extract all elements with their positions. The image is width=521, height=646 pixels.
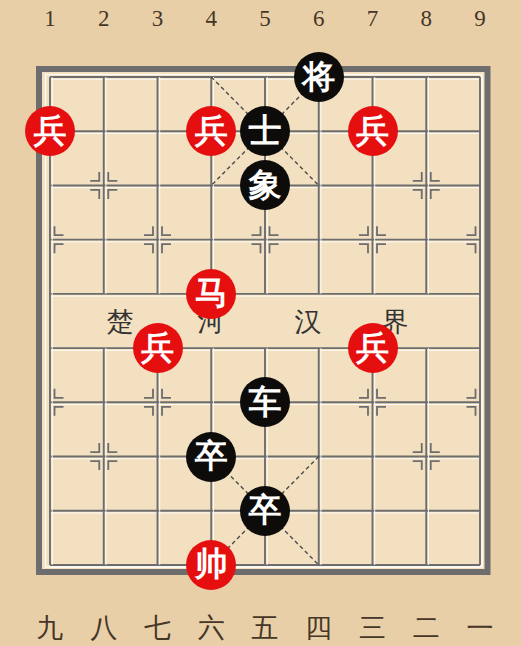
- file-label-top: 2: [98, 7, 110, 30]
- file-label-bottom: 四: [305, 615, 332, 642]
- river-label: 汉: [295, 309, 322, 336]
- file-label-top: 3: [152, 7, 164, 30]
- piece-black-general[interactable]: 将: [294, 52, 344, 102]
- file-label-bottom: 九: [37, 615, 64, 642]
- piece-red-soldier-3[interactable]: 兵: [348, 106, 398, 156]
- file-label-top: 4: [206, 7, 218, 30]
- piece-black-chariot[interactable]: 车: [240, 377, 290, 427]
- file-label-bottom: 二: [413, 615, 440, 642]
- piece-black-advisor[interactable]: 士: [240, 106, 290, 156]
- file-label-bottom: 三: [359, 615, 386, 642]
- file-label-top: 6: [313, 7, 325, 30]
- file-label-bottom: 五: [252, 615, 279, 642]
- file-label-top: 1: [44, 7, 56, 30]
- file-label-top: 5: [259, 7, 271, 30]
- file-label-bottom: 八: [90, 615, 117, 642]
- file-label-top: 8: [421, 7, 433, 30]
- file-label-bottom: 一: [467, 615, 494, 642]
- file-label-top: 9: [474, 7, 486, 30]
- piece-black-soldier-2[interactable]: 卒: [240, 486, 290, 536]
- piece-red-horse[interactable]: 马: [186, 269, 236, 319]
- file-label-bottom: 六: [198, 615, 225, 642]
- piece-red-soldier-1[interactable]: 兵: [25, 106, 75, 156]
- piece-red-soldier-4[interactable]: 兵: [133, 323, 183, 373]
- file-label-bottom: 七: [144, 615, 171, 642]
- file-label-top: 7: [367, 7, 379, 30]
- piece-red-general[interactable]: 帅: [186, 540, 236, 590]
- piece-black-soldier-1[interactable]: 卒: [186, 432, 236, 482]
- river-label: 楚: [107, 309, 134, 336]
- board-grid: [0, 0, 521, 646]
- piece-red-soldier-5[interactable]: 兵: [348, 323, 398, 373]
- xiangqi-board: 楚河汉界 123456789 九八七六五四三二一 将兵兵士兵象马兵兵车卒卒帅: [0, 0, 521, 646]
